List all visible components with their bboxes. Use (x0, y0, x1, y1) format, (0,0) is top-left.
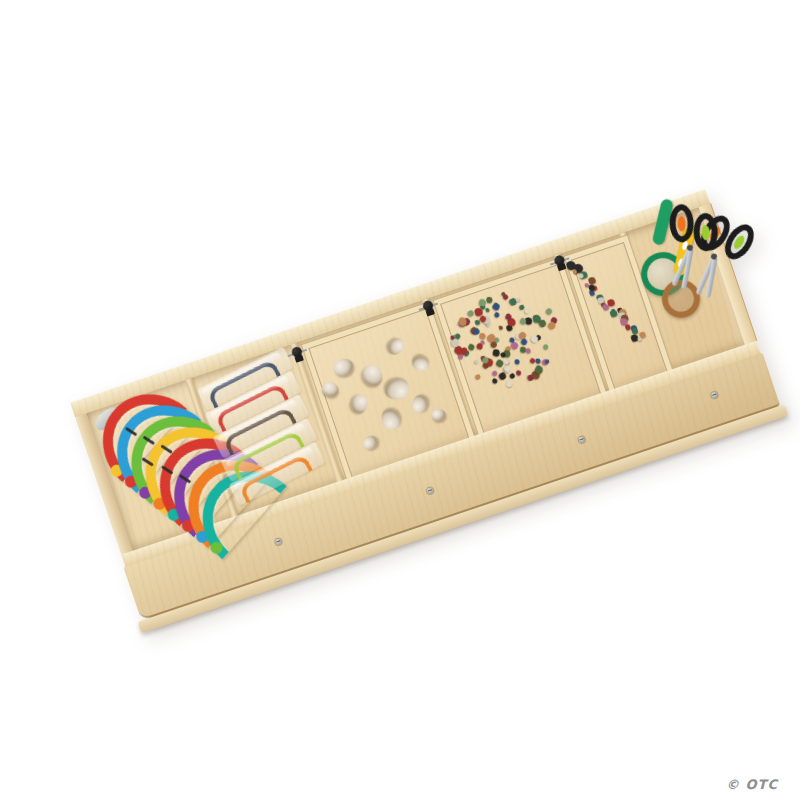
geode (358, 361, 386, 390)
scissor-handle (693, 213, 718, 252)
gemstone-chip (492, 302, 501, 311)
gemstone-chip (487, 296, 493, 302)
scissor-handle-accent (701, 225, 709, 240)
gemstone-chip (537, 319, 547, 329)
geode (410, 353, 431, 373)
gemstone-chip (506, 380, 513, 387)
product-photo-scene: © OTC (0, 0, 800, 800)
gemstone-chip (516, 370, 522, 376)
gemstone-chip (515, 297, 520, 302)
scissor-handle-accent (677, 216, 685, 231)
knob-stem (294, 355, 303, 363)
mineral-specimen (637, 337, 642, 342)
gemstone-chip (480, 340, 485, 345)
geode (360, 433, 380, 453)
gemstone-chip (535, 358, 540, 363)
wooden-discovery-tray (70, 188, 782, 631)
gemstone-chip (499, 326, 504, 331)
gemstone-chip (485, 308, 489, 312)
otc-watermark: © OTC (726, 777, 778, 792)
geode (411, 394, 428, 414)
geode (351, 394, 368, 414)
gemstone-chip (543, 344, 550, 351)
gemstone-chip (502, 294, 509, 301)
gemstone-chip (514, 359, 520, 365)
gemstone-chip (525, 348, 531, 354)
gemstone-chip (467, 343, 475, 351)
geode (331, 356, 355, 378)
gemstone-chip (525, 318, 532, 325)
gemstone-chip (520, 338, 528, 346)
gemstone-chip (475, 374, 482, 381)
gemstone-chip (492, 378, 498, 384)
gemstone-chip (524, 308, 530, 314)
scissor-handle-accent (732, 234, 747, 251)
gemstone-chip (479, 333, 486, 340)
geode (383, 376, 411, 401)
gemstone-chip (491, 370, 498, 377)
gemstone-chip (545, 307, 553, 315)
knob-stem (425, 308, 434, 316)
mineral-specimen (632, 327, 639, 334)
scissor-handle (669, 204, 694, 243)
gemstone-chip (494, 311, 500, 317)
gemstone-chip (489, 341, 497, 349)
scissor-handle (719, 219, 760, 264)
geode (378, 406, 404, 433)
geode (320, 380, 341, 399)
geode (431, 408, 447, 422)
geode (385, 335, 407, 357)
gemstone-chip (474, 359, 480, 365)
knob-stem (557, 263, 566, 271)
